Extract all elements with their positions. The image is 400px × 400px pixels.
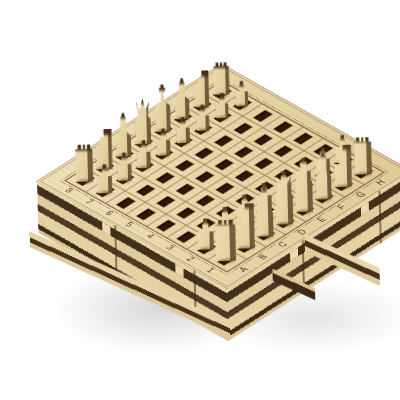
queen-silhouette <box>275 171 294 224</box>
pawn-silhouette <box>196 105 210 132</box>
rook-silhouette <box>354 137 372 174</box>
piece-black-pawn-f7[interactable] <box>196 105 210 132</box>
piece-slot <box>155 195 174 207</box>
rook-silhouette <box>215 219 236 261</box>
piece-white-king-e1[interactable] <box>294 158 313 212</box>
piece-slot <box>194 171 213 183</box>
piece-slot <box>213 134 232 146</box>
knight-silhouette <box>334 145 352 187</box>
piece-black-pawn-b7[interactable] <box>117 152 132 181</box>
piece-black-bishop-c8[interactable] <box>116 113 132 157</box>
pawn-silhouette <box>137 140 152 168</box>
chess-set-scene: 12345678ABCDEFGH <box>3 0 400 398</box>
bishop-silhouette <box>256 186 274 236</box>
piece-black-pawn-h7[interactable] <box>235 81 248 106</box>
piece-black-pawn-e7[interactable] <box>176 116 190 143</box>
piece-white-bishop-c1[interactable] <box>256 186 274 236</box>
piece-slot <box>215 182 234 194</box>
piece-slot <box>194 147 213 159</box>
piece-slot <box>233 122 252 134</box>
piece-slot <box>195 194 214 206</box>
piece-black-rook-a8[interactable] <box>75 144 93 181</box>
bishop-silhouette <box>116 113 132 157</box>
piece-black-king-e8[interactable] <box>154 84 170 132</box>
piece-white-pawn-a2[interactable] <box>197 218 213 250</box>
pawn-silhouette <box>197 218 213 250</box>
piece-slot <box>273 145 292 157</box>
piece-slot <box>293 132 312 144</box>
knight-silhouette <box>236 203 255 249</box>
piece-black-knight-g8[interactable] <box>194 70 209 107</box>
pawn-silhouette <box>235 81 248 106</box>
piece-black-queen-d8[interactable] <box>135 98 152 145</box>
king-silhouette <box>154 84 170 132</box>
rook-silhouette <box>75 144 93 181</box>
pawn-silhouette <box>156 128 170 156</box>
pawn-silhouette <box>176 116 190 143</box>
piece-black-pawn-d7[interactable] <box>156 128 170 156</box>
bishop-silhouette <box>315 152 332 200</box>
knight-silhouette <box>194 70 209 107</box>
piece-slot <box>234 170 253 182</box>
piece-black-pawn-c7[interactable] <box>137 140 152 168</box>
piece-slot <box>234 146 253 158</box>
piece-slot <box>252 110 271 122</box>
piece-slot <box>273 121 292 133</box>
pawn-silhouette <box>117 152 132 181</box>
piece-black-bishop-f8[interactable] <box>175 78 190 120</box>
bishop-silhouette <box>175 78 190 120</box>
piece-slot <box>253 133 272 145</box>
piece-slot <box>175 183 194 195</box>
piece-black-rook-h8[interactable] <box>213 62 229 95</box>
product-photo: 12345678ABCDEFGH <box>0 0 400 400</box>
piece-black-pawn-g7[interactable] <box>215 93 228 119</box>
piece-white-rook-h1[interactable] <box>354 137 372 174</box>
piece-slot <box>155 172 174 184</box>
pawn-silhouette <box>215 93 228 119</box>
pawn-silhouette <box>97 164 112 193</box>
king-silhouette <box>294 158 313 212</box>
piece-slot <box>174 159 193 171</box>
piece-white-knight-b1[interactable] <box>236 203 255 249</box>
piece-white-bishop-f1[interactable] <box>315 152 332 200</box>
piece-slot <box>214 158 233 170</box>
queen-silhouette <box>135 98 152 145</box>
piece-black-pawn-a7[interactable] <box>97 164 112 193</box>
piece-white-queen-d1[interactable] <box>275 171 294 224</box>
piece-slot <box>135 184 154 196</box>
piece-slot <box>175 207 194 219</box>
rook-silhouette <box>213 62 229 95</box>
piece-slot <box>254 157 273 169</box>
piece-white-knight-g1[interactable] <box>334 145 352 187</box>
piece-white-rook-a1[interactable] <box>215 219 236 261</box>
